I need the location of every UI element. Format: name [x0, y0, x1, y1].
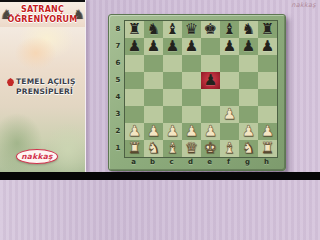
square-d4 — [182, 89, 201, 106]
white-pawn-b2: ♟ — [144, 123, 163, 140]
square-h3 — [258, 106, 277, 123]
square-g8: ♞ — [239, 21, 258, 38]
square-b6 — [144, 55, 163, 72]
cover-title: SATRANÇ — [0, 5, 85, 15]
file-label-e: e — [200, 156, 219, 167]
rank-label-4: 4 — [112, 88, 124, 105]
square-d8: ♛ — [182, 21, 201, 38]
black-bishop-c8: ♝ — [163, 21, 182, 38]
square-a5 — [125, 72, 144, 89]
black-knight-g8: ♞ — [239, 21, 258, 38]
square-a3 — [125, 106, 144, 123]
square-d6 — [182, 55, 201, 72]
white-queen-d1: ♛ — [182, 140, 201, 157]
square-c6 — [163, 55, 182, 72]
board-squares: ♜♞♝♛♚♝♞♜♟♟♟♟♟♟♟♟♟♟♟♟♟♟♟♟♜♞♝♛♚♝♞♜ — [124, 20, 278, 158]
square-e3 — [201, 106, 220, 123]
rank-label-2: 2 — [112, 122, 124, 139]
white-bishop-c1: ♝ — [163, 140, 182, 157]
square-c3 — [163, 106, 182, 123]
rank-labels: 87654321 — [112, 20, 124, 156]
square-a7: ♟ — [125, 38, 144, 55]
rank-label-7: 7 — [112, 37, 124, 54]
square-f7: ♟ — [220, 38, 239, 55]
black-pawn-e5: ♟ — [201, 72, 220, 89]
square-g5 — [239, 72, 258, 89]
square-e7 — [201, 38, 220, 55]
file-label-a: a — [124, 156, 143, 167]
black-pawn-c7: ♟ — [163, 38, 182, 55]
square-e5: ♟ — [201, 72, 220, 89]
rank-label-8: 8 — [112, 20, 124, 37]
square-d5 — [182, 72, 201, 89]
cover-photo: TEMEL AÇILIŞ PRENSİPLERİ nakkaş — [0, 27, 85, 172]
publisher-watermark: nakkaş — [291, 1, 316, 9]
white-knight-g1: ♞ — [239, 140, 258, 157]
cover-title: ÖĞRENİYORUM — [0, 15, 85, 25]
square-b8: ♞ — [144, 21, 163, 38]
square-h7: ♟ — [258, 38, 277, 55]
square-b7: ♟ — [144, 38, 163, 55]
square-a4 — [125, 89, 144, 106]
square-e6 — [201, 55, 220, 72]
black-rook-h8: ♜ — [258, 21, 277, 38]
letterbox-bar — [0, 172, 320, 180]
rank-label-6: 6 — [112, 54, 124, 71]
square-h1: ♜ — [258, 140, 277, 157]
rank-label-5: 5 — [112, 71, 124, 88]
file-label-g: g — [238, 156, 257, 167]
file-labels: abcdefgh — [124, 156, 276, 167]
black-queen-d8: ♛ — [182, 21, 201, 38]
square-h6 — [258, 55, 277, 72]
board-corner-spacer — [112, 156, 124, 167]
square-e2: ♟ — [201, 123, 220, 140]
square-c4 — [163, 89, 182, 106]
dvd-cover: ♞ SATRANÇ ÖĞRENİYORUM ♞ TEMEL AÇILIŞ PRE… — [0, 0, 86, 172]
black-rook-a8: ♜ — [125, 21, 144, 38]
square-b1: ♞ — [144, 140, 163, 157]
rank-label-1: 1 — [112, 139, 124, 156]
square-d2: ♟ — [182, 123, 201, 140]
square-h2: ♟ — [258, 123, 277, 140]
publisher-logo: nakkaş — [16, 149, 58, 164]
square-d1: ♛ — [182, 140, 201, 157]
square-g2: ♟ — [239, 123, 258, 140]
publisher-logo-text: nakkaş — [21, 152, 53, 161]
square-c5 — [163, 72, 182, 89]
square-f2 — [220, 123, 239, 140]
white-rook-a1: ♜ — [125, 140, 144, 157]
cover-subtitle-line: TEMEL AÇILIŞ — [16, 77, 76, 87]
square-d7: ♟ — [182, 38, 201, 55]
white-pawn-a2: ♟ — [125, 123, 144, 140]
cover-title-band: ♞ SATRANÇ ÖĞRENİYORUM ♞ — [0, 0, 85, 27]
square-f4 — [220, 89, 239, 106]
square-a8: ♜ — [125, 21, 144, 38]
knight-icon: ♞ — [73, 6, 85, 23]
square-g3 — [239, 106, 258, 123]
square-f5 — [220, 72, 239, 89]
square-b4 — [144, 89, 163, 106]
white-pawn-h2: ♟ — [258, 123, 277, 140]
square-c1: ♝ — [163, 140, 182, 157]
black-knight-b8: ♞ — [144, 21, 163, 38]
black-pawn-f7: ♟ — [220, 38, 239, 55]
square-c8: ♝ — [163, 21, 182, 38]
black-pawn-b7: ♟ — [144, 38, 163, 55]
file-label-f: f — [219, 156, 238, 167]
black-pawn-h7: ♟ — [258, 38, 277, 55]
file-label-h: h — [257, 156, 276, 167]
cover-subtitle-line: PRENSİPLERİ — [16, 87, 76, 97]
square-a1: ♜ — [125, 140, 144, 157]
square-g6 — [239, 55, 258, 72]
square-c2: ♟ — [163, 123, 182, 140]
knight-icon: ♞ — [0, 6, 12, 23]
black-pawn-a7: ♟ — [125, 38, 144, 55]
square-h4 — [258, 89, 277, 106]
square-a6 — [125, 55, 144, 72]
square-h8: ♜ — [258, 21, 277, 38]
file-label-b: b — [143, 156, 162, 167]
square-e4 — [201, 89, 220, 106]
white-bishop-f1: ♝ — [220, 140, 239, 157]
square-f3: ♟ — [220, 106, 239, 123]
chess-board-frame: 87654321 ♜♞♝♛♚♝♞♜♟♟♟♟♟♟♟♟♟♟♟♟♟♟♟♟♜♞♝♛♚♝♞… — [108, 14, 286, 171]
square-g1: ♞ — [239, 140, 258, 157]
square-b5 — [144, 72, 163, 89]
white-king-e1: ♚ — [201, 140, 220, 157]
rank-label-3: 3 — [112, 105, 124, 122]
white-pawn-e2: ♟ — [201, 123, 220, 140]
white-knight-b1: ♞ — [144, 140, 163, 157]
black-bishop-f8: ♝ — [220, 21, 239, 38]
cover-subtitle: TEMEL AÇILIŞ PRENSİPLERİ — [7, 77, 76, 96]
black-pawn-d7: ♟ — [182, 38, 201, 55]
square-f8: ♝ — [220, 21, 239, 38]
square-c7: ♟ — [163, 38, 182, 55]
white-pawn-c2: ♟ — [163, 123, 182, 140]
white-pawn-d2: ♟ — [182, 123, 201, 140]
white-rook-h1: ♜ — [258, 140, 277, 157]
file-label-d: d — [181, 156, 200, 167]
white-pawn-f3: ♟ — [220, 106, 239, 123]
square-f1: ♝ — [220, 140, 239, 157]
square-d3 — [182, 106, 201, 123]
square-h5 — [258, 72, 277, 89]
black-king-e8: ♚ — [201, 21, 220, 38]
square-a2: ♟ — [125, 123, 144, 140]
square-b3 — [144, 106, 163, 123]
tulip-icon — [7, 78, 14, 86]
square-g7: ♟ — [239, 38, 258, 55]
square-e8: ♚ — [201, 21, 220, 38]
square-b2: ♟ — [144, 123, 163, 140]
square-g4 — [239, 89, 258, 106]
file-label-c: c — [162, 156, 181, 167]
square-e1: ♚ — [201, 140, 220, 157]
square-f6 — [220, 55, 239, 72]
black-pawn-g7: ♟ — [239, 38, 258, 55]
white-pawn-g2: ♟ — [239, 123, 258, 140]
